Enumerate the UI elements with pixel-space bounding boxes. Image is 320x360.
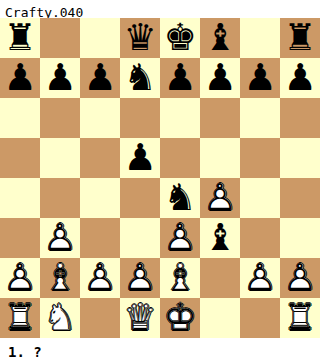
- square-d2[interactable]: ♟♙: [120, 258, 160, 298]
- white-pawn-outline: ♙: [40, 218, 80, 258]
- black-pawn-piece[interactable]: ♟: [240, 58, 280, 98]
- square-h5[interactable]: [280, 138, 320, 178]
- square-e6[interactable]: [160, 98, 200, 138]
- black-knight-glyph: ♞: [120, 58, 160, 98]
- white-pawn-piece[interactable]: ♟♙: [240, 258, 280, 298]
- black-pawn-piece[interactable]: ♟: [0, 58, 40, 98]
- black-pawn-piece[interactable]: ♟: [280, 58, 320, 98]
- square-g6[interactable]: [240, 98, 280, 138]
- square-g1[interactable]: [240, 298, 280, 338]
- square-a6[interactable]: [0, 98, 40, 138]
- white-pawn-piece[interactable]: ♟♙: [40, 218, 80, 258]
- square-d6[interactable]: [120, 98, 160, 138]
- square-a1[interactable]: ♜♖: [0, 298, 40, 338]
- black-pawn-glyph: ♟: [80, 58, 120, 98]
- square-a5[interactable]: [0, 138, 40, 178]
- white-knight-piece[interactable]: ♞♘: [40, 298, 80, 338]
- square-a4[interactable]: [0, 178, 40, 218]
- square-b7[interactable]: ♟: [40, 58, 80, 98]
- square-f2[interactable]: [200, 258, 240, 298]
- black-pawn-glyph: ♟: [40, 58, 80, 98]
- white-rook-outline: ♖: [0, 298, 40, 338]
- square-f1[interactable]: [200, 298, 240, 338]
- square-c8[interactable]: [80, 18, 120, 58]
- black-queen-glyph: ♛: [120, 18, 160, 58]
- square-g2[interactable]: ♟♙: [240, 258, 280, 298]
- square-h4[interactable]: [280, 178, 320, 218]
- black-pawn-glyph: ♟: [120, 138, 160, 178]
- square-d4[interactable]: [120, 178, 160, 218]
- square-e8[interactable]: ♚: [160, 18, 200, 58]
- square-f5[interactable]: [200, 138, 240, 178]
- black-queen-piece[interactable]: ♛: [120, 18, 160, 58]
- black-bishop-glyph: ♝: [200, 218, 240, 258]
- white-pawn-outline: ♙: [240, 258, 280, 298]
- square-g8[interactable]: [240, 18, 280, 58]
- square-b5[interactable]: [40, 138, 80, 178]
- black-pawn-piece[interactable]: ♟: [160, 58, 200, 98]
- white-pawn-outline: ♙: [120, 258, 160, 298]
- square-d8[interactable]: ♛: [120, 18, 160, 58]
- black-rook-piece[interactable]: ♜: [0, 18, 40, 58]
- white-knight-outline: ♘: [40, 298, 80, 338]
- white-pawn-outline: ♙: [0, 258, 40, 298]
- square-f3[interactable]: ♝: [200, 218, 240, 258]
- square-b2[interactable]: ♝♗: [40, 258, 80, 298]
- white-pawn-piece[interactable]: ♟♙: [280, 258, 320, 298]
- square-d1[interactable]: ♛♕: [120, 298, 160, 338]
- title-bar: Crafty.040: [0, 0, 320, 18]
- square-c1[interactable]: [80, 298, 120, 338]
- square-d5[interactable]: ♟: [120, 138, 160, 178]
- white-pawn-piece[interactable]: ♟♙: [0, 258, 40, 298]
- white-pawn-outline: ♙: [80, 258, 120, 298]
- square-e5[interactable]: [160, 138, 200, 178]
- black-knight-piece[interactable]: ♞: [160, 178, 200, 218]
- square-a7[interactable]: ♟: [0, 58, 40, 98]
- white-pawn-piece[interactable]: ♟♙: [160, 218, 200, 258]
- black-pawn-piece[interactable]: ♟: [200, 58, 240, 98]
- square-a8[interactable]: ♜: [0, 18, 40, 58]
- black-bishop-piece[interactable]: ♝: [200, 218, 240, 258]
- black-pawn-glyph: ♟: [200, 58, 240, 98]
- white-queen-piece[interactable]: ♛♕: [120, 298, 160, 338]
- square-a2[interactable]: ♟♙: [0, 258, 40, 298]
- square-a3[interactable]: [0, 218, 40, 258]
- black-pawn-piece[interactable]: ♟: [40, 58, 80, 98]
- square-c5[interactable]: [80, 138, 120, 178]
- square-b4[interactable]: [40, 178, 80, 218]
- square-e1[interactable]: ♚♔: [160, 298, 200, 338]
- black-rook-glyph: ♜: [280, 18, 320, 58]
- square-f8[interactable]: ♝: [200, 18, 240, 58]
- white-bishop-piece[interactable]: ♝♗: [160, 258, 200, 298]
- move-prompt: 1. ?: [8, 344, 42, 360]
- white-pawn-outline: ♙: [200, 178, 240, 218]
- black-rook-glyph: ♜: [0, 18, 40, 58]
- square-f7[interactable]: ♟: [200, 58, 240, 98]
- chess-board: ♜♛♚♝♜♟♟♟♞♟♟♟♟♟♞♟♙♟♙♟♙♝♟♙♝♗♟♙♟♙♝♗♟♙♟♙♜♖♞♘…: [0, 18, 320, 338]
- square-h3[interactable]: [280, 218, 320, 258]
- square-b6[interactable]: [40, 98, 80, 138]
- square-b3[interactable]: ♟♙: [40, 218, 80, 258]
- square-d3[interactable]: [120, 218, 160, 258]
- black-pawn-glyph: ♟: [160, 58, 200, 98]
- square-b1[interactable]: ♞♘: [40, 298, 80, 338]
- white-pawn-piece[interactable]: ♟♙: [120, 258, 160, 298]
- square-e3[interactable]: ♟♙: [160, 218, 200, 258]
- white-pawn-outline: ♙: [280, 258, 320, 298]
- crafty-game-window: Crafty.040 ♜♛♚♝♜♟♟♟♞♟♟♟♟♟♞♟♙♟♙♟♙♝♟♙♝♗♟♙♟…: [0, 0, 320, 360]
- square-e2[interactable]: ♝♗: [160, 258, 200, 298]
- white-rook-piece[interactable]: ♜♖: [280, 298, 320, 338]
- white-pawn-piece[interactable]: ♟♙: [80, 258, 120, 298]
- square-c7[interactable]: ♟: [80, 58, 120, 98]
- black-pawn-glyph: ♟: [0, 58, 40, 98]
- white-bishop-piece[interactable]: ♝♗: [40, 258, 80, 298]
- white-pawn-outline: ♙: [160, 218, 200, 258]
- black-bishop-piece[interactable]: ♝: [200, 18, 240, 58]
- black-king-glyph: ♚: [160, 18, 200, 58]
- square-c2[interactable]: ♟♙: [80, 258, 120, 298]
- square-h7[interactable]: ♟: [280, 58, 320, 98]
- black-pawn-glyph: ♟: [240, 58, 280, 98]
- black-king-piece[interactable]: ♚: [160, 18, 200, 58]
- black-pawn-piece[interactable]: ♟: [120, 138, 160, 178]
- white-bishop-outline: ♗: [160, 258, 200, 298]
- status-bar: 1. ?: [0, 338, 320, 360]
- square-f6[interactable]: [200, 98, 240, 138]
- white-rook-piece[interactable]: ♜♖: [0, 298, 40, 338]
- square-c6[interactable]: [80, 98, 120, 138]
- black-knight-glyph: ♞: [160, 178, 200, 218]
- white-king-piece[interactable]: ♚♔: [160, 298, 200, 338]
- square-h6[interactable]: [280, 98, 320, 138]
- black-knight-piece[interactable]: ♞: [120, 58, 160, 98]
- white-king-outline: ♔: [160, 298, 200, 338]
- square-c4[interactable]: [80, 178, 120, 218]
- black-pawn-piece[interactable]: ♟: [80, 58, 120, 98]
- square-g7[interactable]: ♟: [240, 58, 280, 98]
- square-d7[interactable]: ♞: [120, 58, 160, 98]
- black-rook-piece[interactable]: ♜: [280, 18, 320, 58]
- square-e4[interactable]: ♞: [160, 178, 200, 218]
- square-g5[interactable]: [240, 138, 280, 178]
- square-g4[interactable]: [240, 178, 280, 218]
- white-bishop-outline: ♗: [40, 258, 80, 298]
- square-e7[interactable]: ♟: [160, 58, 200, 98]
- square-c3[interactable]: [80, 218, 120, 258]
- white-pawn-piece[interactable]: ♟♙: [200, 178, 240, 218]
- white-queen-outline: ♕: [120, 298, 160, 338]
- square-h8[interactable]: ♜: [280, 18, 320, 58]
- black-pawn-glyph: ♟: [280, 58, 320, 98]
- square-f4[interactable]: ♟♙: [200, 178, 240, 218]
- square-h1[interactable]: ♜♖: [280, 298, 320, 338]
- white-rook-outline: ♖: [280, 298, 320, 338]
- square-g3[interactable]: [240, 218, 280, 258]
- square-h2[interactable]: ♟♙: [280, 258, 320, 298]
- square-b8[interactable]: [40, 18, 80, 58]
- black-bishop-glyph: ♝: [200, 18, 240, 58]
